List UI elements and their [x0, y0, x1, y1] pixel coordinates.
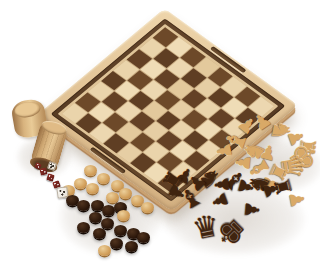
- checker-piece-dark: [114, 225, 127, 236]
- checker-piece-dark: [89, 212, 102, 223]
- checker-piece-dark: [93, 228, 106, 239]
- die-red: [46, 173, 55, 182]
- chess-piece-light-pawn: ♟: [286, 190, 308, 210]
- die-red: [39, 167, 47, 175]
- checker-piece-dark: [125, 241, 138, 252]
- checker-piece-light: [119, 188, 132, 199]
- checker-piece-dark: [110, 238, 123, 249]
- checker-piece-light: [98, 245, 111, 256]
- checker-piece-dark: [137, 232, 150, 243]
- chess-piece-dark-pawn: ♟: [242, 200, 262, 219]
- checker-piece-light: [117, 210, 130, 221]
- checker-piece-light: [74, 178, 87, 189]
- checker-piece-dark: [101, 218, 114, 229]
- checker-piece-light: [141, 202, 154, 213]
- checker-piece-light: [97, 173, 110, 184]
- checker-piece-light: [106, 192, 119, 203]
- product-photo-scene: ♟♟♞♟♜♝♟♞♟♛♜♟♝♟♚♟♜♟♟♞♟♝♟♞♟♜♟♝♟♟♛♚: [0, 0, 320, 263]
- checker-piece-dark: [77, 200, 90, 211]
- checker-piece-light: [86, 183, 99, 194]
- checker-piece-light: [84, 165, 97, 176]
- checker-piece-dark: [77, 222, 90, 233]
- checker-piece-dark: [102, 205, 115, 216]
